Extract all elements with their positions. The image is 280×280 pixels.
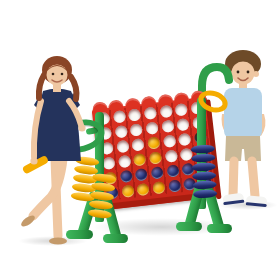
boy-eye-right	[247, 71, 250, 74]
board-cell-r4c5[interactable]	[164, 149, 177, 162]
right-rear-foot	[207, 224, 232, 233]
right-front-foot	[176, 222, 202, 231]
girl-hand-ring	[30, 157, 37, 164]
board-cell-r3c2[interactable]	[116, 139, 129, 152]
board-cell-r5c2[interactable]	[119, 169, 132, 182]
board-cell-r4c3[interactable]	[133, 153, 146, 166]
board-cell-r2c2[interactable]	[114, 125, 127, 138]
girl-hand-on-hoop	[78, 124, 85, 131]
girl-sandal-standing	[49, 237, 67, 244]
product-photo-scene	[0, 0, 280, 280]
board-cell-r1c3[interactable]	[128, 108, 141, 121]
board-cell-r2c5[interactable]	[161, 119, 174, 132]
board-cell-r2c6[interactable]	[177, 117, 190, 130]
girl-eye-left	[52, 73, 55, 76]
board-cell-r3c5[interactable]	[163, 134, 176, 147]
board-cell-r3c3[interactable]	[131, 138, 144, 151]
board-cell-r6c5[interactable]	[168, 179, 181, 192]
board-cell-r5c5[interactable]	[166, 164, 179, 177]
boy-sneaker-right	[246, 195, 268, 207]
board-cell-r4c4[interactable]	[149, 151, 162, 164]
board-cell-r3c4[interactable]	[147, 136, 160, 149]
blue-ring[interactable]	[191, 153, 215, 162]
board-cell-r2c3[interactable]	[130, 123, 143, 136]
blue-ring-stack[interactable]	[191, 144, 218, 198]
blue-ring[interactable]	[192, 162, 216, 171]
boy-shorts	[225, 136, 261, 161]
board-cell-r6c2[interactable]	[121, 184, 134, 197]
girl-player	[5, 45, 115, 255]
girl-eye-right	[61, 73, 64, 76]
board-cell-r1c5[interactable]	[159, 104, 172, 117]
blue-ring[interactable]	[192, 171, 216, 180]
boy-eye-left	[237, 71, 240, 74]
blue-ring[interactable]	[193, 180, 217, 189]
board-cell-r5c4[interactable]	[150, 166, 163, 179]
board-cell-r2c4[interactable]	[145, 121, 158, 134]
girl-neck	[53, 84, 61, 92]
board-cell-r6c3[interactable]	[137, 182, 150, 195]
boy-leg-right	[252, 161, 255, 196]
board-cell-r4c2[interactable]	[118, 154, 131, 167]
blue-ring[interactable]	[193, 189, 217, 198]
boy-neck	[239, 82, 247, 89]
board-cell-r3c6[interactable]	[178, 132, 191, 145]
boy-sneaker-left	[222, 193, 244, 205]
board-cell-r1c4[interactable]	[144, 106, 157, 119]
boy-leg-left	[233, 161, 234, 196]
board-cell-r6c4[interactable]	[152, 181, 165, 194]
blue-ring[interactable]	[191, 144, 215, 153]
board-cell-r1c6[interactable]	[175, 103, 188, 116]
board-cell-r5c3[interactable]	[135, 168, 148, 181]
